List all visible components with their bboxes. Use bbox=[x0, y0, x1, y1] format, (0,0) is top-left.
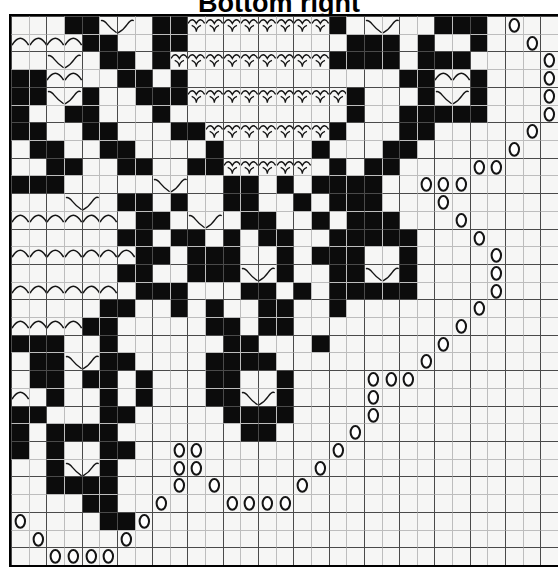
chart-cell bbox=[487, 530, 505, 548]
chart-cell bbox=[505, 87, 523, 105]
chain-loop-icon bbox=[294, 477, 311, 494]
chart-cell bbox=[382, 370, 400, 388]
shell-stitch-icon bbox=[224, 17, 241, 34]
chart-cell bbox=[276, 140, 294, 158]
chart-cell bbox=[452, 459, 470, 477]
chart-cell bbox=[82, 335, 100, 353]
chart-cell bbox=[82, 459, 100, 477]
chart-cell bbox=[99, 388, 117, 406]
chart-cell bbox=[505, 476, 523, 494]
chart-cell bbox=[99, 547, 117, 565]
chart-cell bbox=[311, 193, 329, 211]
chart-cell bbox=[170, 406, 188, 424]
chart-cell bbox=[399, 370, 417, 388]
chart-cell bbox=[293, 34, 311, 52]
chart-cell bbox=[540, 229, 558, 247]
chart-cell bbox=[311, 352, 329, 370]
chart-cell bbox=[258, 140, 276, 158]
chart-cell bbox=[187, 51, 205, 69]
chart-cell bbox=[399, 282, 417, 300]
chart-cell bbox=[64, 229, 82, 247]
chart-cell bbox=[64, 193, 82, 211]
chart-cell bbox=[470, 175, 488, 193]
chart-cell bbox=[205, 547, 223, 565]
chart-cell bbox=[452, 246, 470, 264]
chart-cell bbox=[364, 87, 382, 105]
arc-stitch-icon bbox=[118, 247, 135, 264]
chart-cell bbox=[523, 105, 541, 123]
vee-right-icon bbox=[206, 212, 223, 229]
chart-cell bbox=[434, 51, 452, 69]
chart-cell bbox=[258, 264, 276, 282]
chart-cell bbox=[293, 264, 311, 282]
chart-cell bbox=[170, 105, 188, 123]
chart-cell bbox=[523, 246, 541, 264]
chart-cell bbox=[540, 34, 558, 52]
chart-cell bbox=[258, 211, 276, 229]
chart-cell bbox=[276, 388, 294, 406]
chart-cell bbox=[434, 69, 452, 87]
chain-loop-icon bbox=[471, 300, 488, 317]
chart-cell bbox=[187, 282, 205, 300]
chart-cell bbox=[293, 282, 311, 300]
chart-cell bbox=[240, 530, 258, 548]
chart-cell bbox=[417, 423, 435, 441]
chart-cell bbox=[170, 34, 188, 52]
chart-cell bbox=[505, 175, 523, 193]
chart-cell bbox=[293, 530, 311, 548]
chart-cell bbox=[223, 423, 241, 441]
chart-cell bbox=[223, 494, 241, 512]
chart-cell bbox=[505, 512, 523, 530]
chart-cell bbox=[82, 193, 100, 211]
chart-cell bbox=[99, 229, 117, 247]
chart-cell bbox=[434, 264, 452, 282]
chart-cell bbox=[399, 105, 417, 123]
chart-cell bbox=[382, 158, 400, 176]
chart-cell bbox=[382, 122, 400, 140]
chart-cell bbox=[346, 335, 364, 353]
chart-cell bbox=[434, 193, 452, 211]
chart-cell bbox=[382, 547, 400, 565]
chart-cell bbox=[223, 246, 241, 264]
chart-cell bbox=[46, 530, 64, 548]
chart-cell bbox=[64, 476, 82, 494]
chart-cell bbox=[117, 175, 135, 193]
chart-cell bbox=[99, 530, 117, 548]
chart-cell bbox=[417, 459, 435, 477]
chart-cell bbox=[487, 175, 505, 193]
chart-cell bbox=[117, 423, 135, 441]
chart-cell bbox=[470, 370, 488, 388]
chart-cell bbox=[470, 16, 488, 34]
chart-cell bbox=[258, 494, 276, 512]
arc-stitch-icon bbox=[83, 212, 100, 229]
chart-cell bbox=[258, 299, 276, 317]
chart-cell bbox=[11, 193, 29, 211]
chart-cell bbox=[29, 441, 47, 459]
chart-cell bbox=[293, 352, 311, 370]
chart-cell bbox=[152, 494, 170, 512]
chart-cell bbox=[29, 388, 47, 406]
chart-cell bbox=[470, 406, 488, 424]
chart-cell bbox=[205, 51, 223, 69]
vee-left-icon bbox=[365, 265, 382, 282]
chart-cell bbox=[417, 406, 435, 424]
chart-cell bbox=[523, 423, 541, 441]
chart-cell bbox=[117, 140, 135, 158]
chart-cell bbox=[205, 158, 223, 176]
chart-cell bbox=[434, 406, 452, 424]
chart-cell bbox=[187, 87, 205, 105]
chart-cell bbox=[364, 34, 382, 52]
vee-right-icon bbox=[259, 265, 276, 282]
chart-cell bbox=[223, 512, 241, 530]
chart-cell bbox=[205, 406, 223, 424]
chart-cell bbox=[293, 158, 311, 176]
chart-cell bbox=[11, 352, 29, 370]
arc-stitch-icon bbox=[12, 318, 29, 335]
chart-cell bbox=[346, 69, 364, 87]
chart-cell bbox=[187, 352, 205, 370]
chart-cell bbox=[11, 370, 29, 388]
chart-cell bbox=[258, 282, 276, 300]
chart-cell bbox=[258, 547, 276, 565]
chart-cell bbox=[487, 193, 505, 211]
chart-cell bbox=[276, 34, 294, 52]
chart-cell bbox=[170, 459, 188, 477]
chart-cell bbox=[29, 34, 47, 52]
chart-cell bbox=[135, 264, 153, 282]
chart-cell bbox=[505, 122, 523, 140]
chart-cell bbox=[329, 441, 347, 459]
chart-cell bbox=[364, 282, 382, 300]
chart-cell bbox=[152, 512, 170, 530]
chain-loop-icon bbox=[30, 531, 47, 548]
chart-cell bbox=[452, 105, 470, 123]
chart-cell bbox=[135, 282, 153, 300]
chart-cell bbox=[452, 388, 470, 406]
chart-cell bbox=[540, 140, 558, 158]
chart-cell bbox=[540, 87, 558, 105]
chart-cell bbox=[487, 264, 505, 282]
chart-cell bbox=[223, 158, 241, 176]
chart-cell bbox=[152, 264, 170, 282]
chart-cell bbox=[540, 122, 558, 140]
chart-cell bbox=[135, 175, 153, 193]
chart-cell bbox=[135, 476, 153, 494]
arc-stitch-icon bbox=[65, 318, 82, 335]
chain-loop-icon bbox=[524, 35, 541, 52]
vee-left-icon bbox=[435, 88, 452, 105]
chart-cell bbox=[417, 16, 435, 34]
chart-cell bbox=[135, 140, 153, 158]
chart-cell bbox=[505, 282, 523, 300]
vee-left-icon bbox=[65, 460, 82, 477]
chart-cell bbox=[452, 441, 470, 459]
chart-cell bbox=[470, 423, 488, 441]
chart-cell bbox=[487, 87, 505, 105]
chart-cell bbox=[258, 441, 276, 459]
chart-cell bbox=[46, 51, 64, 69]
chart-cell bbox=[82, 16, 100, 34]
chart-cell bbox=[99, 51, 117, 69]
chart-cell bbox=[117, 317, 135, 335]
chart-cell bbox=[470, 282, 488, 300]
chain-loop-icon bbox=[418, 176, 435, 193]
chart-cell bbox=[64, 122, 82, 140]
chart-cell bbox=[417, 246, 435, 264]
chart-cell bbox=[223, 299, 241, 317]
arc-stitch-icon bbox=[47, 247, 64, 264]
chart-cell bbox=[487, 476, 505, 494]
vee-left-icon bbox=[153, 176, 170, 193]
arc-stitch-icon bbox=[65, 212, 82, 229]
chart-cell bbox=[276, 299, 294, 317]
chart-cell bbox=[417, 193, 435, 211]
chart-cell bbox=[276, 352, 294, 370]
chart-cell bbox=[417, 229, 435, 247]
chart-cell bbox=[434, 530, 452, 548]
chart-cell bbox=[540, 246, 558, 264]
chart-cell bbox=[11, 335, 29, 353]
chart-cell bbox=[364, 69, 382, 87]
chart-cell bbox=[364, 175, 382, 193]
chart-cell bbox=[135, 34, 153, 52]
chart-cell bbox=[187, 530, 205, 548]
chart-cell bbox=[399, 140, 417, 158]
chart-cell bbox=[540, 175, 558, 193]
chain-loop-icon bbox=[171, 442, 188, 459]
chart-cell bbox=[487, 229, 505, 247]
chart-cell bbox=[382, 51, 400, 69]
chart-cell bbox=[505, 299, 523, 317]
chart-cell bbox=[152, 282, 170, 300]
chart-cell bbox=[64, 547, 82, 565]
chart-cell bbox=[46, 69, 64, 87]
chart-cell bbox=[82, 388, 100, 406]
shell-stitch-icon bbox=[206, 52, 223, 69]
shell-stitch-icon bbox=[277, 17, 294, 34]
chart-cell bbox=[29, 140, 47, 158]
chart-cell bbox=[117, 246, 135, 264]
chart-cell bbox=[276, 16, 294, 34]
chart-cell bbox=[434, 16, 452, 34]
chart-cell bbox=[417, 158, 435, 176]
chart-cell bbox=[487, 494, 505, 512]
chart-cell bbox=[434, 441, 452, 459]
chart-cell bbox=[187, 547, 205, 565]
chart-cell bbox=[523, 335, 541, 353]
chart-cell bbox=[329, 282, 347, 300]
chart-cell bbox=[382, 87, 400, 105]
chart-cell bbox=[82, 175, 100, 193]
chart-cell bbox=[399, 512, 417, 530]
chart-cell bbox=[205, 512, 223, 530]
vee-right-icon bbox=[383, 17, 400, 34]
chart-cell bbox=[346, 158, 364, 176]
chain-loop-icon bbox=[453, 318, 470, 335]
chart-cell bbox=[11, 476, 29, 494]
chart-cell bbox=[11, 282, 29, 300]
chart-cell bbox=[99, 494, 117, 512]
chart-cell bbox=[417, 494, 435, 512]
shell-stitch-icon bbox=[206, 17, 223, 34]
vee-left-icon bbox=[47, 52, 64, 69]
chart-cell bbox=[293, 370, 311, 388]
chart-cell bbox=[523, 406, 541, 424]
chart-cell bbox=[99, 175, 117, 193]
chart-cell bbox=[523, 459, 541, 477]
chart-cell bbox=[240, 512, 258, 530]
chart-cell bbox=[152, 158, 170, 176]
chart-cell bbox=[311, 423, 329, 441]
chain-loop-icon bbox=[400, 371, 417, 388]
chart-cell bbox=[64, 459, 82, 477]
chart-cell bbox=[329, 459, 347, 477]
chart-cell bbox=[205, 69, 223, 87]
chart-cell bbox=[11, 512, 29, 530]
chart-cell bbox=[505, 388, 523, 406]
chart-cell bbox=[11, 211, 29, 229]
chart-cell bbox=[293, 406, 311, 424]
chart-cell bbox=[311, 530, 329, 548]
chart-cell bbox=[523, 264, 541, 282]
shell-stitch-icon bbox=[241, 17, 258, 34]
chart-cell bbox=[470, 264, 488, 282]
shell-stitch-icon bbox=[277, 123, 294, 140]
chart-cell bbox=[205, 105, 223, 123]
arc-stitch-icon bbox=[30, 283, 47, 300]
chart-cell bbox=[46, 211, 64, 229]
chart-cell bbox=[46, 388, 64, 406]
chain-loop-icon bbox=[365, 389, 382, 406]
chain-loop-icon bbox=[506, 141, 523, 158]
chart-cell bbox=[46, 122, 64, 140]
chart-cell bbox=[346, 87, 364, 105]
chart-cell bbox=[82, 352, 100, 370]
chart-cell bbox=[346, 547, 364, 565]
chart-cell bbox=[311, 335, 329, 353]
chart-cell bbox=[399, 69, 417, 87]
shell-stitch-icon bbox=[259, 88, 276, 105]
chart-cell bbox=[29, 193, 47, 211]
arc-stitch-icon bbox=[65, 70, 82, 87]
chart-cell bbox=[346, 494, 364, 512]
chart-cell bbox=[452, 317, 470, 335]
chart-cell bbox=[364, 494, 382, 512]
chart-cell bbox=[187, 388, 205, 406]
chart-cell bbox=[311, 51, 329, 69]
chart-cell bbox=[487, 246, 505, 264]
chart-cell bbox=[170, 87, 188, 105]
chart-cell bbox=[329, 406, 347, 424]
chart-cell bbox=[135, 211, 153, 229]
chart-cell bbox=[329, 175, 347, 193]
chart-cell bbox=[434, 388, 452, 406]
chart-cell bbox=[276, 406, 294, 424]
chart-cell bbox=[540, 352, 558, 370]
chart-cell bbox=[293, 211, 311, 229]
chart-cell bbox=[329, 87, 347, 105]
shell-stitch-icon bbox=[259, 123, 276, 140]
chart-cell bbox=[187, 512, 205, 530]
chart-cell bbox=[382, 34, 400, 52]
chart-cell bbox=[187, 459, 205, 477]
chart-cell bbox=[434, 494, 452, 512]
chart-cell bbox=[11, 388, 29, 406]
chart-cell bbox=[46, 406, 64, 424]
chart-cell bbox=[11, 547, 29, 565]
vee-right-icon bbox=[171, 176, 188, 193]
chart-cell bbox=[434, 370, 452, 388]
chart-cell bbox=[29, 423, 47, 441]
chart-cell bbox=[46, 34, 64, 52]
chart-cell bbox=[29, 158, 47, 176]
chart-cell bbox=[346, 282, 364, 300]
chain-loop-icon bbox=[471, 159, 488, 176]
chart-cell bbox=[170, 530, 188, 548]
chart-cell bbox=[399, 335, 417, 353]
chart-cell bbox=[99, 370, 117, 388]
chart-cell bbox=[505, 547, 523, 565]
chart-cell bbox=[293, 122, 311, 140]
chain-loop-icon bbox=[471, 230, 488, 247]
chart-cell bbox=[329, 16, 347, 34]
chart-cell bbox=[205, 229, 223, 247]
chart-cell bbox=[399, 423, 417, 441]
vee-right-icon bbox=[65, 88, 82, 105]
chart-cell bbox=[311, 264, 329, 282]
vee-left-icon bbox=[241, 389, 258, 406]
chart-cell bbox=[523, 494, 541, 512]
chart-cell bbox=[346, 476, 364, 494]
chart-cell bbox=[364, 122, 382, 140]
chart-cell bbox=[240, 370, 258, 388]
chart-cell bbox=[505, 69, 523, 87]
chain-loop-icon bbox=[488, 265, 505, 282]
chart-cell bbox=[64, 299, 82, 317]
chain-loop-icon bbox=[365, 371, 382, 388]
chart-cell bbox=[29, 246, 47, 264]
chart-cell bbox=[276, 317, 294, 335]
chart-cell bbox=[64, 512, 82, 530]
chart-cell bbox=[311, 317, 329, 335]
chart-cell bbox=[29, 530, 47, 548]
chart-cell bbox=[82, 140, 100, 158]
chain-loop-icon bbox=[418, 353, 435, 370]
chart-cell bbox=[82, 264, 100, 282]
chart-cell bbox=[417, 476, 435, 494]
chart-cell bbox=[417, 34, 435, 52]
chart-cell bbox=[258, 193, 276, 211]
chart-cell bbox=[293, 335, 311, 353]
chart-cell bbox=[223, 317, 241, 335]
chart-cell bbox=[64, 317, 82, 335]
chart-cell bbox=[329, 34, 347, 52]
chart-cell bbox=[487, 140, 505, 158]
chart-cell bbox=[29, 494, 47, 512]
chart-cell bbox=[364, 246, 382, 264]
chart-cell bbox=[540, 388, 558, 406]
chart-cell bbox=[434, 459, 452, 477]
chart-cell bbox=[135, 193, 153, 211]
chart-cell bbox=[452, 34, 470, 52]
chart-cell bbox=[293, 459, 311, 477]
chart-cell bbox=[364, 229, 382, 247]
chart-cell bbox=[46, 335, 64, 353]
chart-cell bbox=[293, 494, 311, 512]
